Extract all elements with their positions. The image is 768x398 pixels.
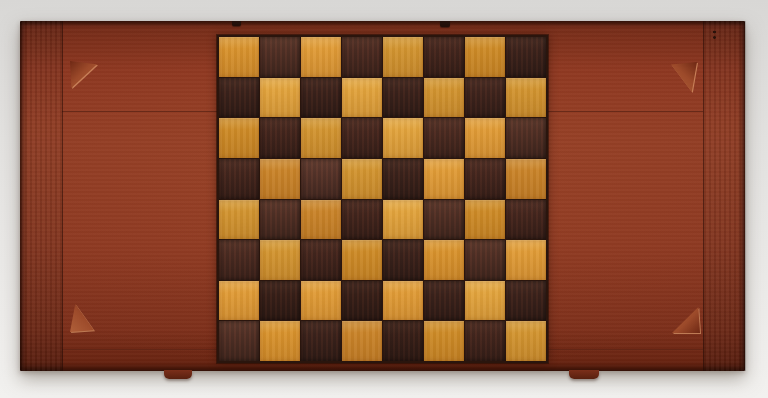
square-h5[interactable] [506,159,546,199]
square-c2[interactable] [301,281,341,321]
square-d1[interactable] [342,321,382,361]
square-g2[interactable] [465,281,505,321]
corner-inlay-face [70,304,94,332]
square-b7[interactable] [260,78,300,118]
square-e4[interactable] [383,200,423,240]
square-c4[interactable] [301,200,341,240]
square-a8[interactable] [219,37,259,77]
square-e5[interactable] [383,159,423,199]
square-a2[interactable] [219,281,259,321]
square-a5[interactable] [219,159,259,199]
square-g4[interactable] [465,200,505,240]
square-c5[interactable] [301,159,341,199]
corner-inlay-bottom-right [672,307,700,333]
latch-tab-left [164,370,192,379]
square-a6[interactable] [219,118,259,158]
corner-inlay-face [672,307,700,333]
square-h4[interactable] [506,200,546,240]
square-e6[interactable] [383,118,423,158]
square-f4[interactable] [424,200,464,240]
square-h1[interactable] [506,321,546,361]
square-b5[interactable] [260,159,300,199]
square-f6[interactable] [424,118,464,158]
square-h7[interactable] [506,78,546,118]
square-b2[interactable] [260,281,300,321]
corner-inlay-bottom-left [70,304,94,332]
square-c3[interactable] [301,240,341,280]
square-g8[interactable] [465,37,505,77]
screw-dots [712,30,717,40]
square-f7[interactable] [424,78,464,118]
square-b4[interactable] [260,200,300,240]
chessboard [217,35,548,363]
latch-tab-right [569,370,599,379]
square-e1[interactable] [383,321,423,361]
square-a4[interactable] [219,200,259,240]
square-b3[interactable] [260,240,300,280]
corner-inlay-face [671,62,697,92]
square-e7[interactable] [383,78,423,118]
square-f1[interactable] [424,321,464,361]
square-a3[interactable] [219,240,259,280]
square-d3[interactable] [342,240,382,280]
square-d2[interactable] [342,281,382,321]
square-e3[interactable] [383,240,423,280]
square-e8[interactable] [383,37,423,77]
games-table-top [20,21,745,371]
square-g5[interactable] [465,159,505,199]
square-f8[interactable] [424,37,464,77]
square-b8[interactable] [260,37,300,77]
square-d8[interactable] [342,37,382,77]
square-f5[interactable] [424,159,464,199]
square-g6[interactable] [465,118,505,158]
square-d4[interactable] [342,200,382,240]
square-f2[interactable] [424,281,464,321]
table-right-rail [703,21,746,371]
corner-inlay-top-right [671,62,697,92]
square-e2[interactable] [383,281,423,321]
photo-background [0,0,768,398]
square-d7[interactable] [342,78,382,118]
corner-inlay-face [70,61,97,88]
square-d5[interactable] [342,159,382,199]
corner-inlay-top-left [70,61,97,88]
hinge-mark-left [232,21,241,26]
square-b6[interactable] [260,118,300,158]
square-h6[interactable] [506,118,546,158]
hinge-mark-center [440,21,450,27]
square-b1[interactable] [260,321,300,361]
square-a7[interactable] [219,78,259,118]
square-f3[interactable] [424,240,464,280]
square-h3[interactable] [506,240,546,280]
square-g3[interactable] [465,240,505,280]
square-d6[interactable] [342,118,382,158]
square-c6[interactable] [301,118,341,158]
square-h2[interactable] [506,281,546,321]
square-h8[interactable] [506,37,546,77]
square-a1[interactable] [219,321,259,361]
square-g7[interactable] [465,78,505,118]
square-g1[interactable] [465,321,505,361]
square-c1[interactable] [301,321,341,361]
square-c7[interactable] [301,78,341,118]
square-c8[interactable] [301,37,341,77]
table-left-rail [20,21,63,371]
